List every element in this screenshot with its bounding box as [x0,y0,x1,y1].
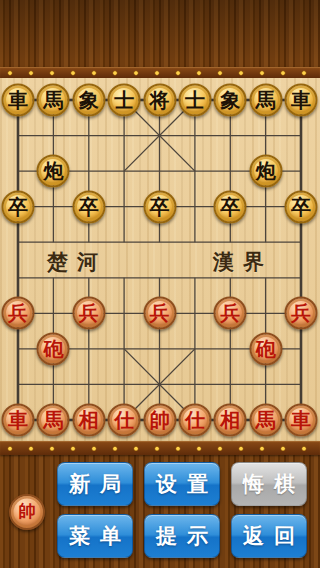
xiangqi-app-screen: 楚河 漢界 車馬象士将士象馬車炮炮卒卒卒卒卒兵兵兵兵兵砲砲車馬相仕帥仕相馬車 帥… [0,0,320,568]
black-piece-士-5-0[interactable]: 士 [178,84,211,117]
settings-button-label: 设置 [156,470,218,498]
red-piece-車-0-9[interactable]: 車 [2,404,35,437]
red-piece-兵-8-6[interactable]: 兵 [285,297,318,330]
undo-button[interactable]: 悔棋 [231,462,307,506]
river-label-left: 楚河 [47,248,107,276]
red-piece-相-2-9[interactable]: 相 [72,404,105,437]
black-piece-車-0-0[interactable]: 車 [2,84,35,117]
black-piece-卒-4-3[interactable]: 卒 [143,190,176,223]
red-piece-馬-1-9[interactable]: 馬 [37,404,70,437]
menu-button-label: 菜单 [69,522,131,550]
red-piece-馬-7-9[interactable]: 馬 [249,404,282,437]
black-piece-馬-7-0[interactable]: 馬 [249,84,282,117]
hint-button-label: 提示 [156,522,218,550]
red-piece-兵-0-6[interactable]: 兵 [2,297,35,330]
red-piece-兵-6-6[interactable]: 兵 [214,297,247,330]
black-piece-馬-1-0[interactable]: 馬 [37,84,70,117]
black-piece-炮-1-2[interactable]: 炮 [37,155,70,188]
new-game-button-label: 新局 [69,470,131,498]
black-piece-車-8-0[interactable]: 車 [285,84,318,117]
control-button-grid: 新局 设置 悔棋 菜单 提示 返回 [57,462,307,558]
black-piece-卒-2-3[interactable]: 卒 [72,190,105,223]
red-piece-砲-7-7[interactable]: 砲 [249,332,282,365]
black-piece-士-3-0[interactable]: 士 [108,84,141,117]
undo-button-label: 悔棋 [243,470,305,498]
red-piece-帥-4-9[interactable]: 帥 [143,404,176,437]
board-frame-top-rivets [0,67,320,78]
settings-button[interactable]: 设置 [144,462,220,506]
new-game-button[interactable]: 新局 [57,462,133,506]
red-piece-車-8-9[interactable]: 車 [285,404,318,437]
black-piece-将-4-0[interactable]: 将 [143,84,176,117]
red-piece-仕-5-9[interactable]: 仕 [178,404,211,437]
red-piece-相-6-9[interactable]: 相 [214,404,247,437]
black-piece-卒-8-3[interactable]: 卒 [285,190,318,223]
river-label-right: 漢界 [213,248,273,276]
red-piece-仕-3-9[interactable]: 仕 [108,404,141,437]
turn-indicator-red-general: 帥 [9,494,45,530]
black-piece-卒-0-3[interactable]: 卒 [2,190,35,223]
back-button[interactable]: 返回 [231,514,307,558]
black-piece-卒-6-3[interactable]: 卒 [214,190,247,223]
menu-button[interactable]: 菜单 [57,514,133,558]
hint-button[interactable]: 提示 [144,514,220,558]
back-button-label: 返回 [243,522,305,550]
board-frame-bottom-rivets [0,441,320,455]
black-piece-炮-7-2[interactable]: 炮 [249,155,282,188]
xiangqi-board[interactable]: 楚河 漢界 [0,78,320,441]
black-piece-象-2-0[interactable]: 象 [72,84,105,117]
red-piece-兵-2-6[interactable]: 兵 [72,297,105,330]
red-piece-砲-1-7[interactable]: 砲 [37,332,70,365]
black-piece-象-6-0[interactable]: 象 [214,84,247,117]
red-piece-兵-4-6[interactable]: 兵 [143,297,176,330]
